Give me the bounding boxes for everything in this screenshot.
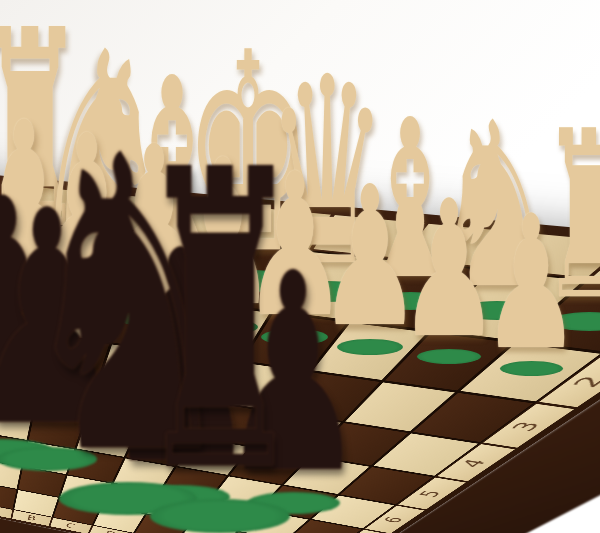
square-a1[interactable]: [0, 220, 70, 285]
square-a2[interactable]: [0, 279, 58, 334]
file-label-text: B: [26, 514, 36, 522]
rank-label-text: 4: [458, 458, 491, 469]
square-a3[interactable]: [0, 328, 48, 375]
rank-label-text: 5: [416, 489, 445, 498]
file-label-text: C: [65, 522, 77, 530]
far-border-cell: [2, 184, 78, 224]
chess-photo-scene: A1B2C3D4E5F6G7H8 ♜♞♝♚♛♝♞♜♟♟♟♟♟♟♟♟♟♟♞♟♜♟: [0, 0, 600, 533]
square-b4[interactable]: [35, 377, 96, 418]
rank-label-text: 6: [381, 516, 407, 524]
rank-label-text: 2: [569, 375, 600, 389]
chess-board: A1B2C3D4E5F6G7H8: [0, 218, 600, 533]
square-b3[interactable]: [42, 336, 109, 383]
rank-label-text: 3: [508, 421, 546, 433]
square-a4[interactable]: [0, 369, 40, 410]
